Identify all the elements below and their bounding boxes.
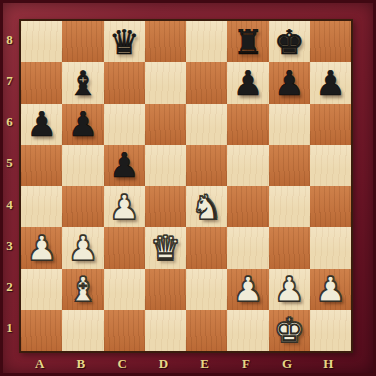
square-g5[interactable] [269,145,310,186]
square-f2[interactable]: ♟ [227,269,268,310]
rank-label-5: 5 [0,143,19,184]
square-h6[interactable] [310,104,351,145]
chess-board-frame: ♛♜♚♝♟♟♟♟♟♟♟♞♟♟♛♝♟♟♟♚ 87654321ABCDEFGH [0,0,376,376]
rank-label-1: 1 [0,308,19,349]
square-e5[interactable] [186,145,227,186]
square-g4[interactable] [269,186,310,227]
rank-label-6: 6 [0,102,19,143]
piece-white-knight[interactable]: ♞ [186,186,227,227]
square-a1[interactable] [21,310,62,351]
piece-black-king[interactable]: ♚ [269,21,310,62]
piece-black-pawn[interactable]: ♟ [310,62,351,103]
square-e4[interactable]: ♞ [186,186,227,227]
square-c3[interactable] [104,227,145,268]
square-a3[interactable]: ♟ [21,227,62,268]
file-label-a: A [19,352,60,376]
piece-black-pawn[interactable]: ♟ [21,104,62,145]
piece-black-bishop[interactable]: ♝ [62,62,103,103]
rank-label-7: 7 [0,60,19,101]
square-c8[interactable]: ♛ [104,21,145,62]
square-f6[interactable] [227,104,268,145]
piece-white-pawn[interactable]: ♟ [104,186,145,227]
file-label-d: D [143,352,184,376]
piece-white-pawn[interactable]: ♟ [21,227,62,268]
square-h1[interactable] [310,310,351,351]
square-a2[interactable] [21,269,62,310]
square-e3[interactable] [186,227,227,268]
piece-black-pawn[interactable]: ♟ [62,104,103,145]
rank-label-2: 2 [0,267,19,308]
rank-label-8: 8 [0,19,19,60]
piece-white-pawn[interactable]: ♟ [62,227,103,268]
square-h7[interactable]: ♟ [310,62,351,103]
square-d8[interactable] [145,21,186,62]
square-g8[interactable]: ♚ [269,21,310,62]
square-h8[interactable] [310,21,351,62]
rank-label-3: 3 [0,225,19,266]
piece-black-pawn[interactable]: ♟ [269,62,310,103]
square-g3[interactable] [269,227,310,268]
file-label-h: H [308,352,349,376]
square-a7[interactable] [21,62,62,103]
file-label-c: C [102,352,143,376]
square-a6[interactable]: ♟ [21,104,62,145]
square-f4[interactable] [227,186,268,227]
square-h4[interactable] [310,186,351,227]
square-b8[interactable] [62,21,103,62]
square-d1[interactable] [145,310,186,351]
piece-black-rook[interactable]: ♜ [227,21,268,62]
square-b1[interactable] [62,310,103,351]
square-c1[interactable] [104,310,145,351]
square-f3[interactable] [227,227,268,268]
piece-black-queen[interactable]: ♛ [104,21,145,62]
square-b7[interactable]: ♝ [62,62,103,103]
square-h2[interactable]: ♟ [310,269,351,310]
piece-white-king[interactable]: ♚ [269,310,310,351]
square-h5[interactable] [310,145,351,186]
square-g7[interactable]: ♟ [269,62,310,103]
square-g6[interactable] [269,104,310,145]
square-c7[interactable] [104,62,145,103]
piece-white-bishop[interactable]: ♝ [62,269,103,310]
piece-white-pawn[interactable]: ♟ [310,269,351,310]
piece-black-pawn[interactable]: ♟ [104,145,145,186]
rank-label-4: 4 [0,184,19,225]
square-b5[interactable] [62,145,103,186]
square-d6[interactable] [145,104,186,145]
square-e2[interactable] [186,269,227,310]
square-b3[interactable]: ♟ [62,227,103,268]
square-d3[interactable]: ♛ [145,227,186,268]
square-c2[interactable] [104,269,145,310]
square-e1[interactable] [186,310,227,351]
square-f1[interactable] [227,310,268,351]
square-a4[interactable] [21,186,62,227]
square-c4[interactable]: ♟ [104,186,145,227]
file-label-f: F [225,352,266,376]
square-b4[interactable] [62,186,103,227]
square-b2[interactable]: ♝ [62,269,103,310]
square-g2[interactable]: ♟ [269,269,310,310]
piece-white-pawn[interactable]: ♟ [269,269,310,310]
square-d4[interactable] [145,186,186,227]
file-label-g: G [267,352,308,376]
square-f5[interactable] [227,145,268,186]
piece-white-queen[interactable]: ♛ [145,227,186,268]
square-e8[interactable] [186,21,227,62]
piece-white-pawn[interactable]: ♟ [227,269,268,310]
square-g1[interactable]: ♚ [269,310,310,351]
square-a5[interactable] [21,145,62,186]
square-b6[interactable]: ♟ [62,104,103,145]
square-d7[interactable] [145,62,186,103]
square-f7[interactable]: ♟ [227,62,268,103]
square-h3[interactable] [310,227,351,268]
file-label-b: B [60,352,101,376]
square-c5[interactable]: ♟ [104,145,145,186]
square-d2[interactable] [145,269,186,310]
square-f8[interactable]: ♜ [227,21,268,62]
square-a8[interactable] [21,21,62,62]
square-e7[interactable] [186,62,227,103]
square-e6[interactable] [186,104,227,145]
piece-black-pawn[interactable]: ♟ [227,62,268,103]
square-c6[interactable] [104,104,145,145]
file-label-e: E [184,352,225,376]
square-d5[interactable] [145,145,186,186]
chess-board: ♛♜♚♝♟♟♟♟♟♟♟♞♟♟♛♝♟♟♟♚ [19,19,353,353]
